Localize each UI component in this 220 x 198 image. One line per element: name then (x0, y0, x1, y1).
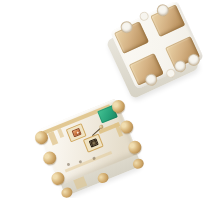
orange-led-die (71, 128, 81, 137)
dark-led-die (88, 138, 98, 147)
castellation-notch (155, 2, 171, 18)
led-package-top (38, 98, 138, 185)
die-highlight (76, 131, 79, 134)
castellated-terminal (41, 150, 58, 167)
gold-trace (57, 128, 64, 138)
led-package-underside (110, 0, 204, 89)
solder-pad (150, 4, 185, 37)
epoxy-speck (67, 162, 71, 166)
edge-castellation-bump (138, 10, 150, 22)
castellation-notch (119, 19, 135, 35)
gold-trace (48, 131, 58, 145)
terminal-plating (131, 157, 145, 170)
photo-canvas (0, 0, 220, 198)
solder-pad (114, 21, 149, 54)
solder-pad (165, 36, 200, 69)
castellated-terminal (126, 139, 143, 156)
terminal-plating (96, 171, 110, 184)
terminal-plating (60, 186, 74, 198)
castellation-notch (185, 52, 201, 68)
